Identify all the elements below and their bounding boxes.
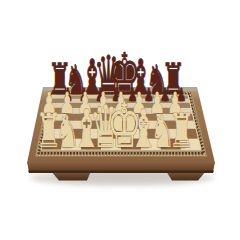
chessboard: ♜♞♝♛♚♝♞♜♟♟♟♟♟♟♟♟♟♟♟♟♟♟♟♟♜♞♝♛♚♝♞♜ — [0, 0, 240, 240]
piece-white-rook-h1[interactable]: ♜ — [168, 104, 194, 158]
product-photo: ♜♞♝♛♚♝♞♜♟♟♟♟♟♟♟♟♟♟♟♟♟♟♟♟♜♞♝♛♚♝♞♜ — [0, 0, 240, 240]
board-base-molding — [28, 171, 214, 174]
